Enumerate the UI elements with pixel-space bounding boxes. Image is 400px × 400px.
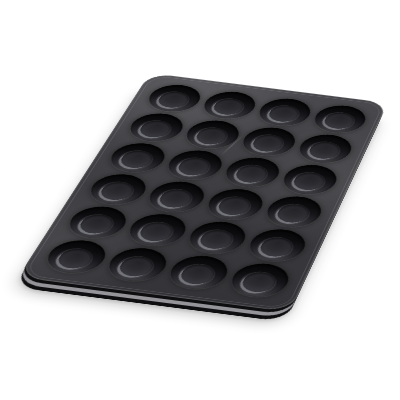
muffin-cup-bottom: [76, 213, 117, 235]
muffin-cup: [83, 172, 152, 208]
muffin-cup-bottom: [136, 119, 174, 138]
muffin-cup: [162, 148, 228, 182]
muffin-cup-bottom: [215, 195, 254, 216]
muffin-cup-bottom: [97, 181, 137, 202]
muffin-cup-bottom: [197, 228, 237, 250]
muffin-cup: [237, 125, 301, 158]
muffin-cup-bottom: [117, 149, 156, 169]
muffin-cup-bottom: [54, 247, 96, 269]
muffin-cup: [122, 211, 192, 248]
muffin-cup: [278, 162, 342, 197]
muffin-cup-bottom: [155, 90, 192, 109]
muffin-cup: [180, 118, 245, 151]
muffin-cup: [40, 237, 113, 276]
muffin-cup-bottom: [306, 141, 343, 160]
muffin-cup-bottom: [210, 97, 247, 116]
muffin-cup-bottom: [175, 157, 214, 177]
muffin-cup: [183, 219, 252, 256]
muffin-cup-bottom: [116, 255, 158, 278]
muffin-cup-bottom: [239, 271, 279, 294]
muffin-cup: [202, 186, 269, 222]
muffin-cup: [243, 226, 311, 264]
muffin-cup: [101, 245, 173, 284]
muffin-cup-bottom: [250, 133, 287, 152]
muffin-cup: [142, 179, 210, 215]
cup-grid: [35, 81, 375, 303]
muffin-cup: [198, 89, 261, 121]
muffin-cup-bottom: [322, 111, 358, 130]
muffin-cup-bottom: [291, 171, 328, 191]
muffin-cup-bottom: [193, 126, 231, 145]
muffin-cup-bottom: [257, 236, 296, 258]
muffin-cup: [309, 103, 370, 135]
muffin-cup: [261, 194, 327, 230]
muffin-cup: [163, 253, 234, 292]
muffin-cup: [62, 204, 133, 241]
muffin-cup-bottom: [274, 203, 312, 224]
muffin-cup: [254, 96, 316, 128]
muffin-pan: [18, 73, 388, 312]
muffin-cup-bottom: [136, 221, 177, 243]
muffin-cup: [104, 141, 171, 175]
muffin-cup: [142, 82, 206, 114]
muffin-cup-bottom: [233, 164, 271, 184]
muffin-cup: [123, 111, 189, 144]
muffin-cup-bottom: [177, 263, 218, 286]
muffin-cup: [220, 155, 285, 190]
muffin-cup-bottom: [266, 104, 302, 123]
muffin-cup-bottom: [156, 188, 196, 209]
muffin-cup: [294, 132, 357, 166]
product-photo-scene: [0, 0, 400, 400]
muffin-cup: [225, 261, 295, 300]
